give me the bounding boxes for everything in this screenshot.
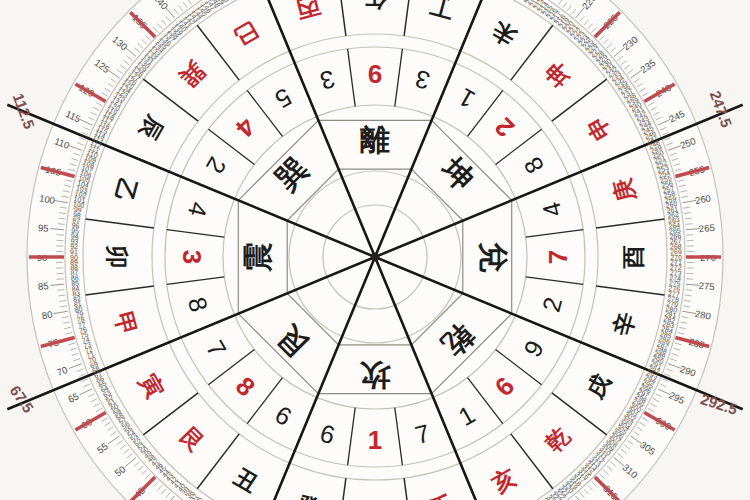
- mountain-label: 午: [364, 0, 388, 12]
- star-number: 7: [543, 250, 573, 264]
- trigram-label: 震: [241, 242, 274, 273]
- compass-center-dot: [371, 253, 380, 262]
- sector-boundary-degree-label: 112.5: [10, 91, 39, 131]
- degree-label-outer: 85: [38, 280, 49, 292]
- sector-boundary-degree-label: 67.5: [7, 382, 38, 416]
- trigram-label: 兌: [477, 242, 510, 273]
- trigram-label: 坎: [359, 359, 392, 392]
- mountain-label: 卯: [104, 245, 130, 269]
- trigram-label: 離: [359, 123, 390, 156]
- degree-tick: [686, 235, 693, 236]
- degree-label-outer: 265: [698, 222, 715, 234]
- star-number: 3: [177, 250, 207, 264]
- mountain-label: 酉: [620, 246, 646, 270]
- sector-boundary-degree-label: 292.5: [699, 390, 740, 418]
- star-number: 9: [368, 59, 382, 89]
- degree-tick: [57, 235, 64, 236]
- degree-tick: [57, 279, 64, 280]
- degree-label-outer: 95: [38, 222, 49, 234]
- degree-tick: [686, 279, 693, 280]
- star-number: 1: [368, 425, 382, 455]
- luopan-diagram-page: 離坤兌乾坎艮震巽931284729617166878342453午丁未坤申庚酉辛…: [0, 0, 750, 500]
- luopan-compass: 離坤兌乾坎艮震巽931284729617166878342453午丁未坤申庚酉辛…: [0, 0, 750, 500]
- degree-label-outer: 275: [698, 280, 715, 292]
- sector-boundary-degree-label: 247.5: [707, 88, 736, 129]
- degree-label-outer: 80: [41, 308, 53, 321]
